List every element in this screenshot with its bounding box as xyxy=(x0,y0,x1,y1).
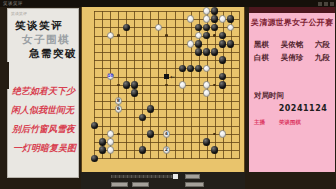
star-point xyxy=(165,84,167,86)
info-panel-header-strip xyxy=(249,7,335,13)
poem-line-4: 一灯明暗复吴图 xyxy=(13,142,76,155)
black-stone xyxy=(195,40,203,48)
black-stone xyxy=(99,146,107,154)
grid-line-h xyxy=(94,142,239,143)
poem-line-2: 闲人似我世间无 xyxy=(11,104,74,117)
white-stone xyxy=(107,130,115,138)
title-bar: 笑谈笑评 xyxy=(0,0,336,7)
game-info-panel: 吴清源世界女子公开赛 黑棋 吴依铭 六段 白棋 吴侑珍 九段 对局时间 2024… xyxy=(249,7,335,172)
white-stone xyxy=(179,81,187,89)
white-stone xyxy=(107,32,115,40)
black-stone xyxy=(195,48,203,56)
black-stone xyxy=(123,24,131,32)
move-slider-track[interactable] xyxy=(111,175,177,178)
game-date: 20241124 xyxy=(249,104,335,113)
auto-play-button[interactable] xyxy=(185,182,204,187)
black-stone xyxy=(203,32,211,40)
black-stone xyxy=(195,24,203,32)
black-stone xyxy=(91,155,99,163)
star-point xyxy=(165,34,167,36)
white-stone: 8 xyxy=(115,97,123,105)
headline-line-3: 急需突破 xyxy=(29,47,77,61)
tournament-title: 吴清源世界女子公开赛 xyxy=(249,17,335,28)
host-label: 主播 xyxy=(254,119,265,126)
grid-line-h xyxy=(94,44,239,45)
grid-line-h xyxy=(94,117,239,118)
grid-line-h xyxy=(94,60,239,61)
black-stone xyxy=(227,15,235,23)
move-slider-handle[interactable] xyxy=(173,174,178,179)
star-point xyxy=(213,84,215,86)
star-point xyxy=(117,133,119,135)
black-stone xyxy=(219,81,227,89)
black-stone xyxy=(203,48,211,56)
window-controls[interactable] xyxy=(318,2,334,6)
move-number-label: 10 xyxy=(107,74,113,79)
window-title: 笑谈笑评 xyxy=(3,1,23,6)
white-stone xyxy=(187,40,195,48)
black-stone xyxy=(211,7,219,15)
poem-line-3: 别后竹窗风雪夜 xyxy=(12,123,75,136)
maximize-icon[interactable] xyxy=(324,2,328,6)
move-number-label: 4 xyxy=(165,132,168,137)
white-player-name: 吴侑珍 xyxy=(281,53,304,63)
black-stone xyxy=(123,81,131,89)
poem-line-1: 绝艺如君天下少 xyxy=(12,85,75,98)
black-stone xyxy=(131,81,139,89)
black-stone xyxy=(99,138,107,146)
star-point xyxy=(117,84,119,86)
white-stone xyxy=(203,89,211,97)
white-player-rank: 九段 xyxy=(315,53,330,63)
black-stone xyxy=(219,73,227,81)
white-stone xyxy=(203,7,211,15)
white-stone xyxy=(203,65,211,73)
next-move-button[interactable] xyxy=(132,182,149,187)
black-stone xyxy=(147,105,155,113)
black-stone xyxy=(227,40,235,48)
game-time-label: 对局时间 xyxy=(254,91,284,101)
left-edge-tab xyxy=(0,62,9,89)
black-stone xyxy=(203,138,211,146)
black-stone xyxy=(219,56,227,64)
white-stone xyxy=(155,24,163,32)
black-stone xyxy=(211,24,219,32)
go-board[interactable]: 108642← xyxy=(81,7,245,172)
black-stone xyxy=(219,32,227,40)
grid-line-h xyxy=(94,126,239,127)
black-label: 黑棋 xyxy=(254,40,269,50)
host-row: 主播 笑谈围棋 xyxy=(254,119,332,126)
white-stone xyxy=(195,32,203,40)
last-move-square-marker xyxy=(164,74,168,78)
black-stone xyxy=(147,130,155,138)
commentary-panel: 笑谈笑评 笑谈笑评 女子围棋 急需突破 绝艺如君天下少 闲人似我世间无 别后竹窗… xyxy=(7,8,79,178)
white-stone xyxy=(227,24,235,32)
white-stone xyxy=(187,15,195,23)
black-stone xyxy=(195,65,203,73)
play-button[interactable] xyxy=(185,174,200,179)
black-player-rank: 六段 xyxy=(315,40,330,50)
black-stone xyxy=(187,65,195,73)
grid-line-h xyxy=(94,68,239,69)
black-stone xyxy=(91,122,99,130)
white-stone xyxy=(219,15,227,23)
black-stone xyxy=(179,65,187,73)
white-stone: 6 xyxy=(115,105,123,113)
grid-line-h xyxy=(94,93,239,94)
white-stone xyxy=(107,146,115,154)
grid-line-h xyxy=(94,158,239,159)
black-stone xyxy=(131,89,139,97)
black-stone xyxy=(211,146,219,154)
black-stone xyxy=(211,48,219,56)
prev-move-button[interactable] xyxy=(111,182,128,187)
host-name: 笑谈围棋 xyxy=(279,119,301,126)
white-stone xyxy=(219,130,227,138)
black-stone xyxy=(139,114,147,122)
black-player-row: 黑棋 吴依铭 六段 xyxy=(249,40,335,50)
white-stone: 4 xyxy=(163,130,171,138)
white-stone xyxy=(203,15,211,23)
black-player-name: 吴依铭 xyxy=(281,40,304,50)
arrow-left-icon: ← xyxy=(170,74,175,80)
star-point xyxy=(117,34,119,36)
star-point xyxy=(213,133,215,135)
replay-toolbar xyxy=(81,172,245,189)
headline-line-1: 笑谈笑评 xyxy=(15,19,63,33)
black-stone xyxy=(203,24,211,32)
app-window: 笑谈笑评 笑谈笑评 笑谈笑评 女子围棋 急需突破 绝艺如君天下少 闲人似我世间无… xyxy=(0,0,336,189)
white-stone xyxy=(107,138,115,146)
star-point xyxy=(213,34,215,36)
white-label: 白棋 xyxy=(254,53,269,63)
white-stone: 2 xyxy=(163,146,171,154)
headline-line-2: 女子围棋 xyxy=(22,33,70,47)
white-stone xyxy=(203,81,211,89)
black-stone xyxy=(219,40,227,48)
white-player-row: 白棋 吴侑珍 九段 xyxy=(249,53,335,63)
black-stone xyxy=(211,15,219,23)
move-number-label: 8 xyxy=(117,99,120,104)
move-number-label: 6 xyxy=(117,107,120,112)
minimize-icon[interactable] xyxy=(318,2,322,6)
close-icon[interactable] xyxy=(330,2,334,6)
panel-mini-header: 笑谈笑评 xyxy=(11,11,27,16)
move-number-label: 2 xyxy=(165,148,168,153)
white-stone: 10 xyxy=(107,73,115,81)
black-stone xyxy=(139,146,147,154)
